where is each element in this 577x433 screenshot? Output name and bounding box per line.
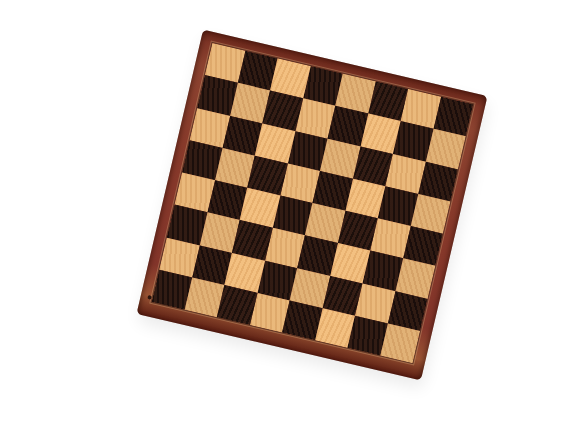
board-grid bbox=[152, 43, 474, 363]
photo-background bbox=[0, 0, 577, 433]
square-h1[interactable] bbox=[380, 323, 420, 363]
chessboard bbox=[137, 30, 488, 381]
